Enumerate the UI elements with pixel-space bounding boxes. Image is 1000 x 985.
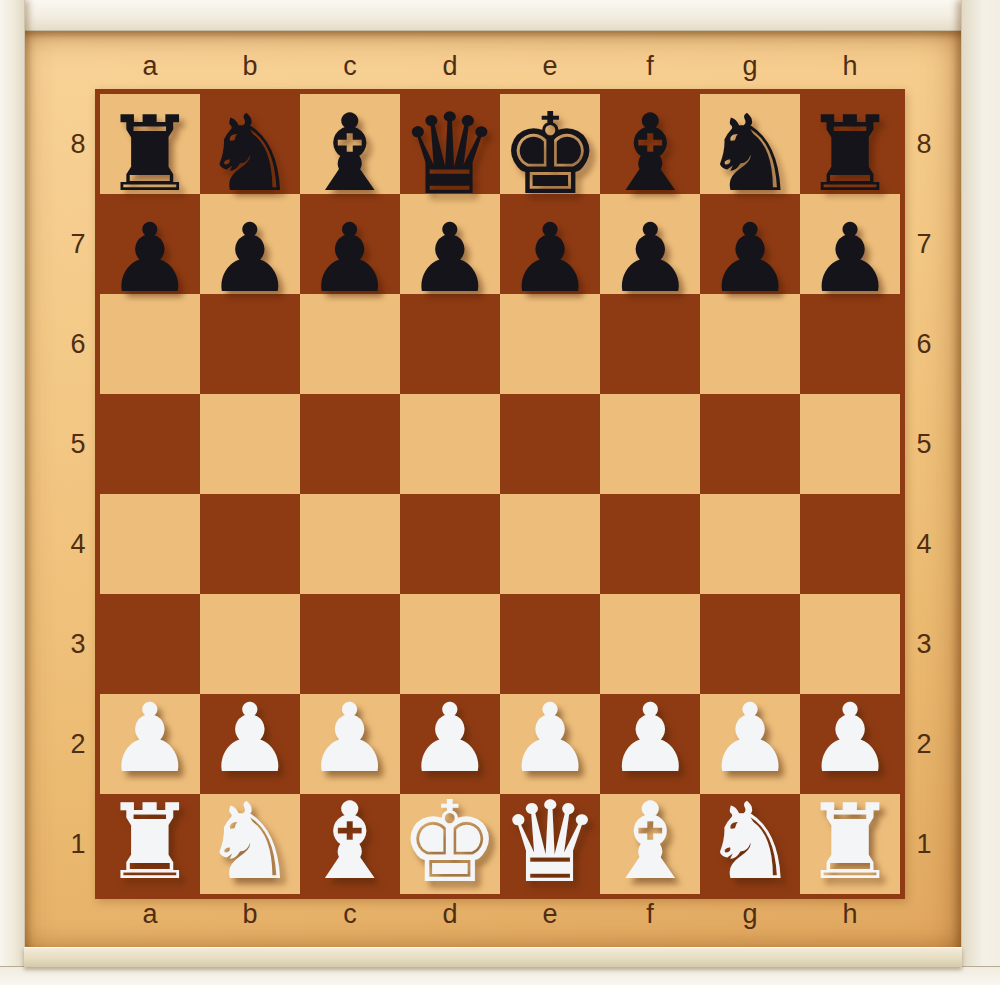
- square-b4[interactable]: [200, 494, 300, 594]
- square-g4[interactable]: [700, 494, 800, 594]
- cell-a7: ♟: [100, 206, 200, 302]
- piece-white-knight-b1[interactable]: ♞: [202, 789, 297, 895]
- piece-white-pawn-f2[interactable]: ♟: [608, 691, 693, 786]
- square-c3[interactable]: [300, 594, 400, 694]
- cell-f8: ♝: [600, 94, 700, 206]
- piece-black-pawn-d7[interactable]: ♟: [407, 211, 492, 306]
- rank-label-left-1: 1: [58, 794, 98, 894]
- square-g3[interactable]: [700, 594, 800, 694]
- cell-h1: ♜: [800, 782, 900, 894]
- piece-black-king-e8[interactable]: ♚: [500, 98, 600, 210]
- square-c4[interactable]: [300, 494, 400, 594]
- file-label-top-h: h: [800, 48, 900, 84]
- file-label-bottom-g: g: [700, 896, 800, 932]
- cell-b7: ♟: [200, 206, 300, 302]
- piece-black-knight-g8[interactable]: ♞: [703, 101, 798, 207]
- file-label-top-f: f: [600, 48, 700, 84]
- rank-label-right-7: 7: [904, 194, 944, 294]
- file-labels-bottom: abcdefgh: [100, 896, 900, 932]
- rank-label-right-6: 6: [904, 294, 944, 394]
- square-a5[interactable]: [100, 394, 200, 494]
- piece-white-bishop-f1[interactable]: ♝: [603, 789, 698, 895]
- cell-e8: ♚: [500, 94, 600, 206]
- piece-black-pawn-b7[interactable]: ♟: [207, 211, 292, 306]
- piece-white-pawn-e2[interactable]: ♟: [508, 691, 593, 786]
- square-g5[interactable]: [700, 394, 800, 494]
- file-label-top-e: e: [500, 48, 600, 84]
- cell-c7: ♟: [300, 206, 400, 302]
- piece-black-knight-b8[interactable]: ♞: [202, 101, 297, 207]
- cell-f2: ♟: [600, 686, 700, 782]
- piece-black-pawn-a7[interactable]: ♟: [107, 211, 192, 306]
- square-e4[interactable]: [500, 494, 600, 594]
- piece-white-queen-e1[interactable]: ♛: [500, 786, 600, 898]
- rank-label-left-3: 3: [58, 594, 98, 694]
- frame-ledge: [24, 947, 962, 967]
- piece-black-queen-d8[interactable]: ♛: [400, 98, 500, 210]
- square-e3[interactable]: [500, 594, 600, 694]
- rank-label-right-2: 2: [904, 694, 944, 794]
- square-h3[interactable]: [800, 594, 900, 694]
- rank-label-left-4: 4: [58, 494, 98, 594]
- piece-black-bishop-f8[interactable]: ♝: [603, 101, 698, 207]
- piece-white-rook-a1[interactable]: ♜: [103, 790, 196, 894]
- cell-h7: ♟: [800, 206, 900, 302]
- file-labels-top: abcdefgh: [100, 48, 900, 84]
- piece-black-rook-h8[interactable]: ♜: [803, 102, 896, 206]
- file-label-bottom-a: a: [100, 896, 200, 932]
- cell-d7: ♟: [400, 206, 500, 302]
- cell-b2: ♟: [200, 686, 300, 782]
- piece-black-rook-a8[interactable]: ♜: [103, 102, 196, 206]
- square-d4[interactable]: [400, 494, 500, 594]
- rank-label-right-4: 4: [904, 494, 944, 594]
- piece-white-pawn-a2[interactable]: ♟: [107, 691, 192, 786]
- frame-bottom: [0, 966, 1000, 985]
- square-a4[interactable]: [100, 494, 200, 594]
- cell-e2: ♟: [500, 686, 600, 782]
- piece-black-pawn-c7[interactable]: ♟: [307, 211, 392, 306]
- square-c5[interactable]: [300, 394, 400, 494]
- square-f5[interactable]: [600, 394, 700, 494]
- rank-label-left-6: 6: [58, 294, 98, 394]
- piece-white-knight-g1[interactable]: ♞: [703, 789, 798, 895]
- cell-b1: ♞: [200, 782, 300, 894]
- piece-black-pawn-g7[interactable]: ♟: [708, 211, 793, 306]
- piece-white-bishop-c1[interactable]: ♝: [302, 789, 397, 895]
- rank-label-left-2: 2: [58, 694, 98, 794]
- cell-e1: ♛: [500, 782, 600, 894]
- file-label-top-g: g: [700, 48, 800, 84]
- piece-black-bishop-c8[interactable]: ♝: [302, 101, 397, 207]
- cell-g8: ♞: [700, 94, 800, 206]
- file-label-top-a: a: [100, 48, 200, 84]
- file-label-bottom-d: d: [400, 896, 500, 932]
- square-h5[interactable]: [800, 394, 900, 494]
- rank-label-right-1: 1: [904, 794, 944, 894]
- cell-f1: ♝: [600, 782, 700, 894]
- rank-label-right-3: 3: [904, 594, 944, 694]
- piece-white-pawn-c2[interactable]: ♟: [307, 691, 392, 786]
- file-label-top-b: b: [200, 48, 300, 84]
- square-d3[interactable]: [400, 594, 500, 694]
- square-d5[interactable]: [400, 394, 500, 494]
- file-label-bottom-c: c: [300, 896, 400, 932]
- piece-black-pawn-f7[interactable]: ♟: [608, 211, 693, 306]
- piece-white-pawn-b2[interactable]: ♟: [207, 691, 292, 786]
- cell-c8: ♝: [300, 94, 400, 206]
- cell-h8: ♜: [800, 94, 900, 206]
- square-b5[interactable]: [200, 394, 300, 494]
- cell-d8: ♛: [400, 94, 500, 206]
- cell-c1: ♝: [300, 782, 400, 894]
- frame-left: [0, 0, 25, 985]
- cell-g7: ♟: [700, 206, 800, 302]
- file-label-bottom-b: b: [200, 896, 300, 932]
- cell-b8: ♞: [200, 94, 300, 206]
- file-label-bottom-f: f: [600, 896, 700, 932]
- cell-a1: ♜: [100, 782, 200, 894]
- rank-label-left-5: 5: [58, 394, 98, 494]
- rank-labels-left: 87654321: [58, 94, 98, 894]
- cell-f7: ♟: [600, 206, 700, 302]
- piece-white-king-d1[interactable]: ♚: [400, 786, 500, 898]
- rank-labels-right: 87654321: [904, 94, 944, 894]
- frame-right: [961, 0, 1000, 985]
- cell-a2: ♟: [100, 686, 200, 782]
- cell-e7: ♟: [500, 206, 600, 302]
- frame-top: [0, 0, 1000, 31]
- file-label-bottom-e: e: [500, 896, 600, 932]
- demo-chess-board-photo: ♜♞♝♛♚♝♞♜♟♟♟♟♟♟♟♟♟♟♟♟♟♟♟♟♜♞♝♚♛♝♞♜ abcdefg…: [0, 0, 1000, 985]
- cell-h2: ♟: [800, 686, 900, 782]
- cell-g1: ♞: [700, 782, 800, 894]
- cell-c2: ♟: [300, 686, 400, 782]
- piece-black-pawn-h7[interactable]: ♟: [807, 211, 892, 306]
- square-f3[interactable]: [600, 594, 700, 694]
- piece-white-rook-h1[interactable]: ♜: [803, 790, 896, 894]
- file-label-bottom-h: h: [800, 896, 900, 932]
- square-a3[interactable]: [100, 594, 200, 694]
- cell-g2: ♟: [700, 686, 800, 782]
- cell-d2: ♟: [400, 686, 500, 782]
- rank-label-right-5: 5: [904, 394, 944, 494]
- rank-label-left-8: 8: [58, 94, 98, 194]
- piece-white-pawn-h2[interactable]: ♟: [807, 691, 892, 786]
- piece-white-pawn-d2[interactable]: ♟: [407, 691, 492, 786]
- piece-white-pawn-g2[interactable]: ♟: [708, 691, 793, 786]
- square-b3[interactable]: [200, 594, 300, 694]
- square-f4[interactable]: [600, 494, 700, 594]
- file-label-top-d: d: [400, 48, 500, 84]
- cell-d1: ♚: [400, 782, 500, 894]
- rank-label-right-8: 8: [904, 94, 944, 194]
- rank-label-left-7: 7: [58, 194, 98, 294]
- file-label-top-c: c: [300, 48, 400, 84]
- piece-black-pawn-e7[interactable]: ♟: [508, 211, 593, 306]
- cell-a8: ♜: [100, 94, 200, 206]
- square-h4[interactable]: [800, 494, 900, 594]
- square-e5[interactable]: [500, 394, 600, 494]
